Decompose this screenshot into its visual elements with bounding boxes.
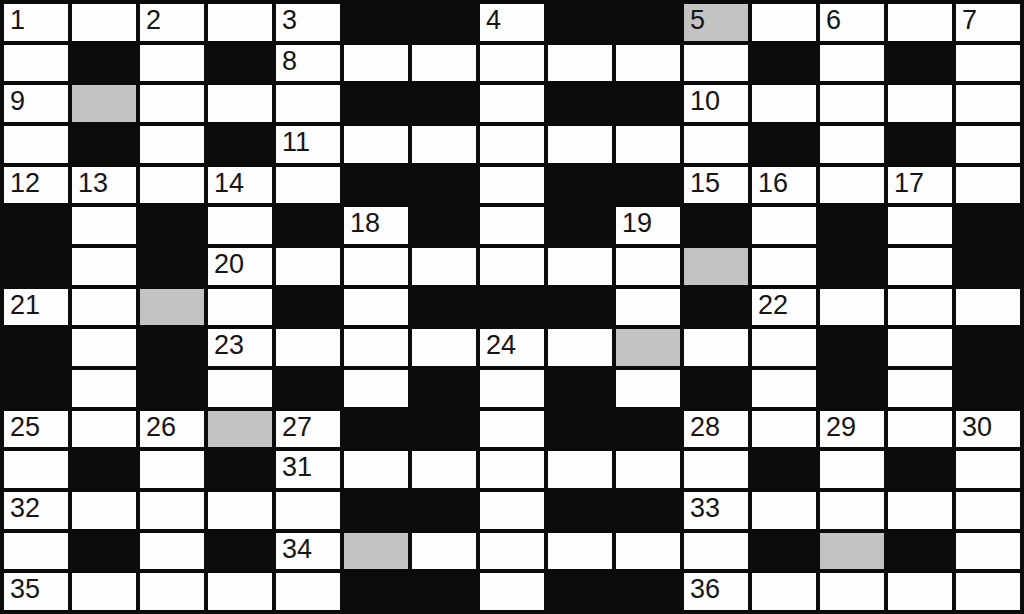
cell-r4c4 <box>208 126 272 163</box>
cell-r3c15[interactable] <box>956 85 1020 122</box>
cell-r1c7 <box>412 4 476 41</box>
cell-r11c15[interactable]: 30 <box>956 411 1020 448</box>
cell-r9c5[interactable] <box>276 329 340 366</box>
cell-r6c1 <box>4 207 68 244</box>
clue-number-20: 20 <box>214 249 244 280</box>
cell-r5c1[interactable]: 12 <box>4 167 68 204</box>
clue-number-4: 4 <box>486 5 501 36</box>
cell-r10c12[interactable] <box>752 370 816 407</box>
cell-r6c14[interactable] <box>888 207 952 244</box>
clue-number-17: 17 <box>894 168 924 199</box>
cell-r1c14[interactable] <box>888 4 952 41</box>
cell-r8c4[interactable] <box>208 289 272 326</box>
cell-r9c11[interactable] <box>684 329 748 366</box>
cell-r7c2[interactable] <box>72 248 136 285</box>
cell-r9c4[interactable]: 23 <box>208 329 272 366</box>
cell-r13c7 <box>412 492 476 529</box>
cell-r9c3 <box>140 329 204 366</box>
cell-r15c9 <box>548 573 612 610</box>
cell-r1c12[interactable] <box>752 4 816 41</box>
cell-r6c7 <box>412 207 476 244</box>
cell-r12c10[interactable] <box>616 451 680 488</box>
cell-r2c9[interactable] <box>548 45 612 82</box>
cell-r3c8[interactable] <box>480 85 544 122</box>
cell-r3c2[interactable] <box>72 85 136 122</box>
cell-r7c12[interactable] <box>752 248 816 285</box>
cell-r13c1[interactable]: 32 <box>4 492 68 529</box>
cell-r1c15[interactable]: 7 <box>956 4 1020 41</box>
clue-number-6: 6 <box>826 5 841 36</box>
clue-number-35: 35 <box>10 574 40 605</box>
cell-r6c4[interactable] <box>208 207 272 244</box>
cell-r7c14[interactable] <box>888 248 952 285</box>
cell-r3c5[interactable] <box>276 85 340 122</box>
cell-r4c3[interactable] <box>140 126 204 163</box>
cell-r2c13[interactable] <box>820 45 884 82</box>
cell-r5c4[interactable]: 14 <box>208 167 272 204</box>
clue-number-22: 22 <box>758 290 788 321</box>
cell-r4c14 <box>888 126 952 163</box>
cell-r3c11[interactable]: 10 <box>684 85 748 122</box>
clue-number-31: 31 <box>282 452 312 483</box>
cell-r10c9 <box>548 370 612 407</box>
cell-r14c14 <box>888 533 952 570</box>
cell-r9c2[interactable] <box>72 329 136 366</box>
cell-r10c11 <box>684 370 748 407</box>
cell-r5c15[interactable] <box>956 167 1020 204</box>
cell-r13c10 <box>616 492 680 529</box>
cell-r3c12[interactable] <box>752 85 816 122</box>
cell-r14c3[interactable] <box>140 533 204 570</box>
cell-r10c4[interactable] <box>208 370 272 407</box>
cell-r5c9 <box>548 167 612 204</box>
clue-number-1: 1 <box>10 5 25 36</box>
crossword-grid: 1234567891011121314151617181920212223242… <box>0 0 1024 614</box>
cell-r2c14 <box>888 45 952 82</box>
cell-r6c12[interactable] <box>752 207 816 244</box>
cell-r11c6 <box>344 411 408 448</box>
clue-number-12: 12 <box>10 168 40 199</box>
cell-r13c12[interactable] <box>752 492 816 529</box>
clue-number-18: 18 <box>350 208 380 239</box>
cell-r12c13[interactable] <box>820 451 884 488</box>
cell-r4c6[interactable] <box>344 126 408 163</box>
cell-r6c10[interactable]: 19 <box>616 207 680 244</box>
cell-r4c8[interactable] <box>480 126 544 163</box>
cell-r12c4 <box>208 451 272 488</box>
cell-r14c1[interactable] <box>4 533 68 570</box>
cell-r15c13[interactable] <box>820 573 884 610</box>
cell-r9c8[interactable]: 24 <box>480 329 544 366</box>
cell-r8c13[interactable] <box>820 289 884 326</box>
cell-r11c9 <box>548 411 612 448</box>
cell-r11c8[interactable] <box>480 411 544 448</box>
cell-r5c7 <box>412 167 476 204</box>
cell-r15c11[interactable]: 36 <box>684 573 748 610</box>
cell-r12c5[interactable]: 31 <box>276 451 340 488</box>
cell-r1c6 <box>344 4 408 41</box>
cell-r3c14[interactable] <box>888 85 952 122</box>
cell-r4c10[interactable] <box>616 126 680 163</box>
clue-number-9: 9 <box>10 86 25 117</box>
clue-number-34: 34 <box>282 534 312 565</box>
cell-r12c15[interactable] <box>956 451 1020 488</box>
cell-r5c14[interactable]: 17 <box>888 167 952 204</box>
cell-r6c5 <box>276 207 340 244</box>
cell-r1c1[interactable]: 1 <box>4 4 68 41</box>
cell-r13c9 <box>548 492 612 529</box>
cell-r7c1 <box>4 248 68 285</box>
cell-r14c13[interactable] <box>820 533 884 570</box>
cell-r14c11[interactable] <box>684 533 748 570</box>
cell-r8c11 <box>684 289 748 326</box>
cell-r1c9 <box>548 4 612 41</box>
cell-r8c5 <box>276 289 340 326</box>
clue-number-10: 10 <box>690 86 720 117</box>
cell-r6c8[interactable] <box>480 207 544 244</box>
cell-r2c5[interactable]: 8 <box>276 45 340 82</box>
cell-r15c8[interactable] <box>480 573 544 610</box>
cell-r4c15[interactable] <box>956 126 1020 163</box>
clue-number-23: 23 <box>214 330 244 361</box>
cell-r8c2[interactable] <box>72 289 136 326</box>
cell-r11c12[interactable] <box>752 411 816 448</box>
cell-r13c2[interactable] <box>72 492 136 529</box>
cell-r6c13 <box>820 207 884 244</box>
cell-r10c6[interactable] <box>344 370 408 407</box>
cell-r8c12[interactable]: 22 <box>752 289 816 326</box>
cell-r11c13[interactable]: 29 <box>820 411 884 448</box>
cell-r1c3[interactable]: 2 <box>140 4 204 41</box>
clue-number-25: 25 <box>10 412 40 443</box>
cell-r5c5[interactable] <box>276 167 340 204</box>
clue-number-21: 21 <box>10 290 40 321</box>
cell-r2c15[interactable] <box>956 45 1020 82</box>
cell-r14c7[interactable] <box>412 533 476 570</box>
cell-r9c9[interactable] <box>548 329 612 366</box>
cell-r15c14[interactable] <box>888 573 952 610</box>
cell-r12c6[interactable] <box>344 451 408 488</box>
cell-r8c3[interactable] <box>140 289 204 326</box>
cell-r10c15 <box>956 370 1020 407</box>
cell-r14c9[interactable] <box>548 533 612 570</box>
clue-number-8: 8 <box>282 46 297 77</box>
cell-r11c11[interactable]: 28 <box>684 411 748 448</box>
cell-r5c3[interactable] <box>140 167 204 204</box>
cell-r15c12[interactable] <box>752 573 816 610</box>
cell-r9c12[interactable] <box>752 329 816 366</box>
cell-r1c2[interactable] <box>72 4 136 41</box>
cell-r15c10 <box>616 573 680 610</box>
cell-r9c13 <box>820 329 884 366</box>
crossword-page: 1234567891011121314151617181920212223242… <box>0 0 1024 614</box>
clue-number-16: 16 <box>758 168 788 199</box>
cell-r2c7[interactable] <box>412 45 476 82</box>
clue-number-3: 3 <box>282 5 297 36</box>
cell-r8c15[interactable] <box>956 289 1020 326</box>
cell-r6c6[interactable]: 18 <box>344 207 408 244</box>
cell-r9c1 <box>4 329 68 366</box>
cell-r15c2[interactable] <box>72 573 136 610</box>
cell-r11c2[interactable] <box>72 411 136 448</box>
cell-r14c6[interactable] <box>344 533 408 570</box>
cell-r5c8[interactable] <box>480 167 544 204</box>
cell-r15c5[interactable] <box>276 573 340 610</box>
cell-r15c7 <box>412 573 476 610</box>
cell-r14c12 <box>752 533 816 570</box>
cell-r3c1[interactable]: 9 <box>4 85 68 122</box>
cell-r7c11[interactable] <box>684 248 748 285</box>
clue-number-36: 36 <box>690 574 720 605</box>
cell-r7c6[interactable] <box>344 248 408 285</box>
cell-r12c7[interactable] <box>412 451 476 488</box>
cell-r14c4 <box>208 533 272 570</box>
clue-number-13: 13 <box>78 168 108 199</box>
cell-r7c5[interactable] <box>276 248 340 285</box>
cell-r10c8[interactable] <box>480 370 544 407</box>
cell-r4c5[interactable]: 11 <box>276 126 340 163</box>
cell-r5c2[interactable]: 13 <box>72 167 136 204</box>
cell-r13c5[interactable] <box>276 492 340 529</box>
clue-number-26: 26 <box>146 412 176 443</box>
cell-r4c2 <box>72 126 136 163</box>
cell-r10c10[interactable] <box>616 370 680 407</box>
cell-r10c14[interactable] <box>888 370 952 407</box>
clue-number-19: 19 <box>622 208 652 239</box>
cell-r8c8 <box>480 289 544 326</box>
cell-r12c2 <box>72 451 136 488</box>
cell-r3c7 <box>412 85 476 122</box>
clue-number-11: 11 <box>282 127 310 158</box>
cell-r11c1[interactable]: 25 <box>4 411 68 448</box>
clue-number-33: 33 <box>690 493 720 524</box>
cell-r3c6 <box>344 85 408 122</box>
cell-r2c8[interactable] <box>480 45 544 82</box>
cell-r7c8[interactable] <box>480 248 544 285</box>
cell-r1c5[interactable]: 3 <box>276 4 340 41</box>
cell-r11c4[interactable] <box>208 411 272 448</box>
cell-r3c4[interactable] <box>208 85 272 122</box>
cell-r12c12 <box>752 451 816 488</box>
clue-number-15: 15 <box>690 168 720 199</box>
cell-r12c3[interactable] <box>140 451 204 488</box>
cell-r13c15[interactable] <box>956 492 1020 529</box>
cell-r11c14[interactable] <box>888 411 952 448</box>
cell-r14c8[interactable] <box>480 533 544 570</box>
clue-number-2: 2 <box>146 5 161 36</box>
clue-number-14: 14 <box>214 168 244 199</box>
cell-r10c1 <box>4 370 68 407</box>
cell-r8c10[interactable] <box>616 289 680 326</box>
cell-r6c11 <box>684 207 748 244</box>
cell-r4c11[interactable] <box>684 126 748 163</box>
cell-r7c9[interactable] <box>548 248 612 285</box>
cell-r8c1[interactable]: 21 <box>4 289 68 326</box>
cell-r3c13[interactable] <box>820 85 884 122</box>
cell-r5c6 <box>344 167 408 204</box>
cell-r6c9 <box>548 207 612 244</box>
cell-r7c3 <box>140 248 204 285</box>
cell-r2c11[interactable] <box>684 45 748 82</box>
cell-r9c6[interactable] <box>344 329 408 366</box>
cell-r6c3 <box>140 207 204 244</box>
cell-r7c4[interactable]: 20 <box>208 248 272 285</box>
cell-r13c14[interactable] <box>888 492 952 529</box>
cell-r1c8[interactable]: 4 <box>480 4 544 41</box>
cell-r7c10[interactable] <box>616 248 680 285</box>
cell-r13c11[interactable]: 33 <box>684 492 748 529</box>
cell-r4c12 <box>752 126 816 163</box>
cell-r11c3[interactable]: 26 <box>140 411 204 448</box>
cell-r2c2 <box>72 45 136 82</box>
cell-r1c10 <box>616 4 680 41</box>
cell-r8c14[interactable] <box>888 289 952 326</box>
cell-r14c15[interactable] <box>956 533 1020 570</box>
cell-r6c2[interactable] <box>72 207 136 244</box>
cell-r11c5[interactable]: 27 <box>276 411 340 448</box>
cell-r8c7 <box>412 289 476 326</box>
cell-r2c1[interactable] <box>4 45 68 82</box>
cell-r15c6 <box>344 573 408 610</box>
cell-r11c10 <box>616 411 680 448</box>
clue-number-7: 7 <box>962 5 977 36</box>
cell-r7c13 <box>820 248 884 285</box>
cell-r10c13 <box>820 370 884 407</box>
cell-r7c15 <box>956 248 1020 285</box>
cell-r2c3[interactable] <box>140 45 204 82</box>
cell-r8c6[interactable] <box>344 289 408 326</box>
cell-r3c10 <box>616 85 680 122</box>
cell-r12c8[interactable] <box>480 451 544 488</box>
cell-r14c10[interactable] <box>616 533 680 570</box>
cell-r10c3 <box>140 370 204 407</box>
cell-r3c3[interactable] <box>140 85 204 122</box>
cell-r15c3[interactable] <box>140 573 204 610</box>
cell-r2c6[interactable] <box>344 45 408 82</box>
cell-r1c13[interactable]: 6 <box>820 4 884 41</box>
cell-r9c10[interactable] <box>616 329 680 366</box>
cell-r4c9[interactable] <box>548 126 612 163</box>
cell-r6c15 <box>956 207 1020 244</box>
cell-r4c1[interactable] <box>4 126 68 163</box>
cell-r14c5[interactable]: 34 <box>276 533 340 570</box>
cell-r5c11[interactable]: 15 <box>684 167 748 204</box>
cell-r12c1[interactable] <box>4 451 68 488</box>
cell-r13c8[interactable] <box>480 492 544 529</box>
cell-r5c10 <box>616 167 680 204</box>
cell-r12c9[interactable] <box>548 451 612 488</box>
clue-number-32: 32 <box>10 493 40 524</box>
cell-r7c7[interactable] <box>412 248 476 285</box>
cell-r3c9 <box>548 85 612 122</box>
cell-r1c4[interactable] <box>208 4 272 41</box>
cell-r13c6 <box>344 492 408 529</box>
cell-r13c13[interactable] <box>820 492 884 529</box>
clue-number-30: 30 <box>962 412 992 443</box>
cell-r1c11[interactable]: 5 <box>684 4 748 41</box>
cell-r12c14 <box>888 451 952 488</box>
cell-r13c3[interactable] <box>140 492 204 529</box>
cell-r11c7 <box>412 411 476 448</box>
cell-r14c2 <box>72 533 136 570</box>
cell-r4c7[interactable] <box>412 126 476 163</box>
cell-r12c11[interactable] <box>684 451 748 488</box>
cell-r9c7[interactable] <box>412 329 476 366</box>
clue-number-24: 24 <box>486 330 516 361</box>
cell-r10c5 <box>276 370 340 407</box>
clue-number-27: 27 <box>282 412 312 443</box>
cell-r15c1[interactable]: 35 <box>4 573 68 610</box>
cell-r13c4[interactable] <box>208 492 272 529</box>
cell-r10c7 <box>412 370 476 407</box>
cell-r4c13[interactable] <box>820 126 884 163</box>
cell-r2c4 <box>208 45 272 82</box>
clue-number-28: 28 <box>690 412 720 443</box>
cell-r2c12 <box>752 45 816 82</box>
cell-r2c10[interactable] <box>616 45 680 82</box>
cell-r5c13[interactable] <box>820 167 884 204</box>
cell-r10c2[interactable] <box>72 370 136 407</box>
cell-r15c4[interactable] <box>208 573 272 610</box>
cell-r5c12[interactable]: 16 <box>752 167 816 204</box>
cell-r9c14[interactable] <box>888 329 952 366</box>
clue-number-29: 29 <box>826 412 856 443</box>
cell-r15c15[interactable] <box>956 573 1020 610</box>
cell-r8c9 <box>548 289 612 326</box>
clue-number-5: 5 <box>690 5 705 36</box>
cell-r9c15 <box>956 329 1020 366</box>
